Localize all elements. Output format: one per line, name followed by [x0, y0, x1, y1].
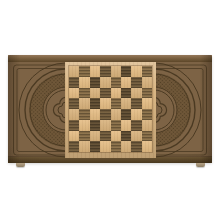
board-square [69, 131, 79, 142]
board-square [69, 88, 79, 99]
board-square [142, 120, 152, 131]
board-square [111, 109, 121, 120]
board-square [111, 88, 121, 99]
board-square [100, 109, 110, 120]
board-square [90, 109, 100, 120]
board-square [100, 141, 110, 152]
board-square [79, 141, 89, 152]
board-square [131, 88, 141, 99]
board-square [79, 77, 89, 88]
board-square [69, 120, 79, 131]
board-square [111, 141, 121, 152]
board-square [142, 77, 152, 88]
chessboard-panel [65, 62, 156, 158]
board-square [131, 109, 141, 120]
board-square [121, 98, 131, 109]
board-square [69, 77, 79, 88]
board-square [100, 120, 110, 131]
board-square [142, 131, 152, 142]
board-square [131, 77, 141, 88]
board-square [121, 77, 131, 88]
board-square [79, 109, 89, 120]
board-square [69, 141, 79, 152]
board-square [69, 98, 79, 109]
board-square [79, 131, 89, 142]
board-square [90, 120, 100, 131]
board-square [79, 66, 89, 77]
board-square [111, 66, 121, 77]
board-square [131, 131, 141, 142]
board-square [100, 131, 110, 142]
board-square [79, 98, 89, 109]
board-square [142, 66, 152, 77]
board-square [111, 77, 121, 88]
board-square [131, 98, 141, 109]
board-square [142, 88, 152, 99]
board-square [131, 66, 141, 77]
board-square [121, 88, 131, 99]
board-square [121, 141, 131, 152]
board-square [90, 77, 100, 88]
product-photo-backgammon-chess-case [0, 0, 220, 220]
board-square [121, 131, 131, 142]
board-square [142, 98, 152, 109]
board-square [90, 141, 100, 152]
board-square [90, 131, 100, 142]
board-square [90, 98, 100, 109]
board-square [131, 120, 141, 131]
board-square [100, 98, 110, 109]
board-square [111, 120, 121, 131]
board-square [121, 120, 131, 131]
board-square [111, 98, 121, 109]
backgammon-case [8, 55, 212, 163]
board-square [100, 88, 110, 99]
case-foot-right [196, 163, 205, 167]
chessboard [69, 66, 152, 152]
board-square [142, 141, 152, 152]
board-square [131, 141, 141, 152]
case-top-edge [8, 55, 212, 62]
board-square [69, 66, 79, 77]
board-square [121, 109, 131, 120]
board-square [79, 120, 89, 131]
board-square [79, 88, 89, 99]
board-square [100, 66, 110, 77]
board-square [90, 88, 100, 99]
board-square [142, 109, 152, 120]
board-square [69, 109, 79, 120]
board-square [111, 131, 121, 142]
board-square [100, 77, 110, 88]
case-foot-left [16, 163, 25, 167]
board-square [121, 66, 131, 77]
board-square [90, 66, 100, 77]
